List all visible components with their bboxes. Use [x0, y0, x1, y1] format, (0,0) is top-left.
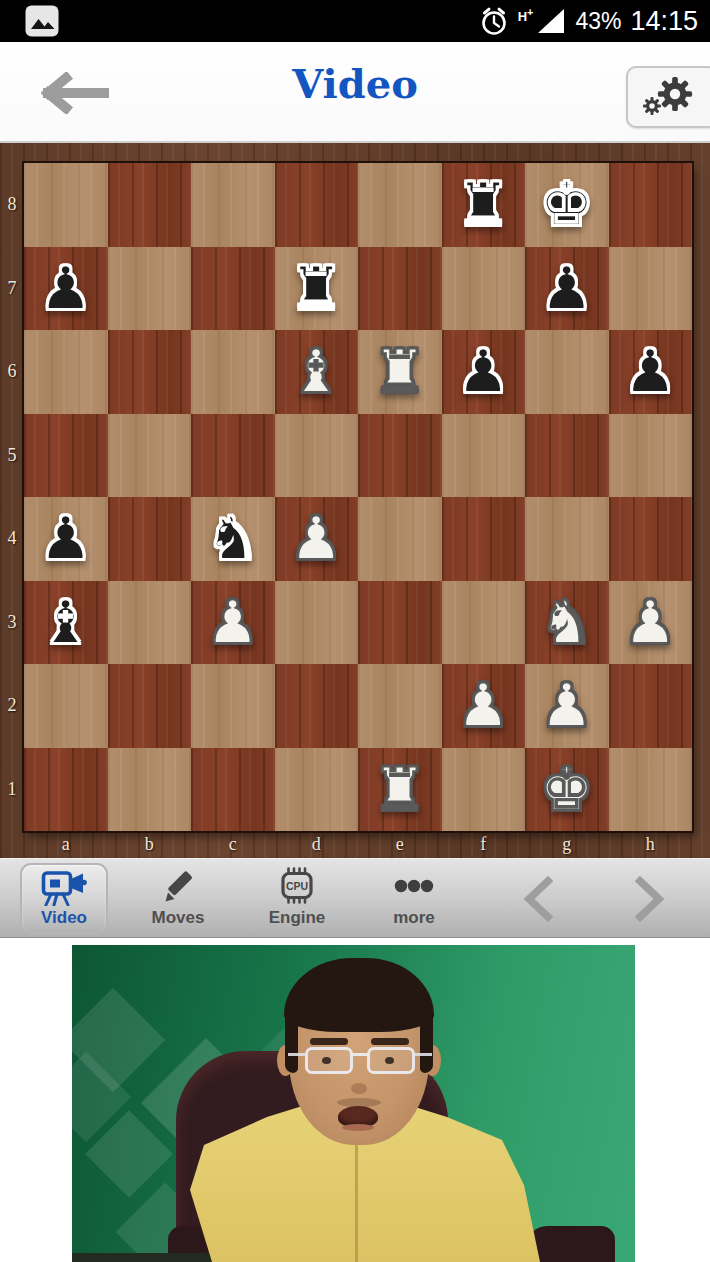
- black-pawn: ♟: [24, 247, 108, 331]
- square-d4[interactable]: ♟: [275, 497, 359, 581]
- square-h4[interactable]: [609, 497, 693, 581]
- square-c4[interactable]: ♞: [191, 497, 275, 581]
- glasses-lens: [367, 1047, 415, 1074]
- file-labels: abcdefgh: [24, 831, 692, 858]
- square-h1[interactable]: [609, 748, 693, 832]
- square-h7[interactable]: [609, 247, 693, 331]
- square-d3[interactable]: [275, 581, 359, 665]
- square-e6[interactable]: ♜: [358, 330, 442, 414]
- white-rook: ♜: [358, 330, 442, 414]
- file-label-a: a: [24, 831, 108, 858]
- square-h5[interactable]: [609, 414, 693, 498]
- tab-moves-label: Moves: [152, 908, 205, 928]
- square-d8[interactable]: [275, 163, 359, 247]
- white-pawn: ♟: [442, 664, 526, 748]
- black-pawn: ♟: [24, 497, 108, 581]
- square-a3[interactable]: ♝: [24, 581, 108, 665]
- file-label-b: b: [108, 831, 192, 858]
- content-area: [0, 938, 710, 1262]
- square-g4[interactable]: [525, 497, 609, 581]
- rank-label-1: 1: [0, 748, 24, 832]
- presenter-eyebrow: [371, 1038, 409, 1045]
- square-b5[interactable]: [108, 414, 192, 498]
- square-h8[interactable]: [609, 163, 693, 247]
- white-pawn: ♟: [275, 497, 359, 581]
- square-e1[interactable]: ♜: [358, 748, 442, 832]
- square-e8[interactable]: [358, 163, 442, 247]
- rank-label-7: 7: [0, 247, 24, 331]
- square-c7[interactable]: [191, 247, 275, 331]
- pencil-icon: [160, 865, 196, 907]
- chair-armrest: [527, 1226, 615, 1262]
- tab-engine-label: Engine: [269, 908, 326, 928]
- white-king: ♚: [525, 748, 609, 832]
- presenter-hair: [285, 1007, 298, 1073]
- square-g7[interactable]: ♟: [525, 247, 609, 331]
- square-h2[interactable]: [609, 664, 693, 748]
- tab-video-label: Video: [41, 908, 87, 928]
- black-pawn: ♟: [609, 330, 693, 414]
- rank-label-8: 8: [0, 163, 24, 247]
- square-g2[interactable]: ♟: [525, 664, 609, 748]
- square-g1[interactable]: ♚: [525, 748, 609, 832]
- square-a8[interactable]: [24, 163, 108, 247]
- presenter-hair: [420, 1007, 433, 1073]
- square-b2[interactable]: [108, 664, 192, 748]
- photo-icon: [24, 4, 60, 38]
- video-camera-icon: [41, 865, 87, 907]
- square-b8[interactable]: [108, 163, 192, 247]
- prev-move-button[interactable]: [503, 869, 573, 929]
- tab-engine[interactable]: CPU Engine: [247, 865, 347, 933]
- black-knight: ♞: [191, 497, 275, 581]
- square-d7[interactable]: ♜: [275, 247, 359, 331]
- file-label-g: g: [525, 831, 609, 858]
- file-label-f: f: [442, 831, 526, 858]
- square-h6[interactable]: ♟: [609, 330, 693, 414]
- cpu-icon: CPU: [275, 865, 319, 907]
- rank-label-5: 5: [0, 414, 24, 498]
- square-h3[interactable]: ♟: [609, 581, 693, 665]
- next-move-button[interactable]: [615, 869, 685, 929]
- square-d6[interactable]: ♝: [275, 330, 359, 414]
- square-e5[interactable]: [358, 414, 442, 498]
- square-g8[interactable]: ♚: [525, 163, 609, 247]
- square-f3[interactable]: [442, 581, 526, 665]
- square-a2[interactable]: [24, 664, 108, 748]
- rank-label-3: 3: [0, 581, 24, 665]
- square-c2[interactable]: [191, 664, 275, 748]
- square-d5[interactable]: [275, 414, 359, 498]
- presenter-eyebrow: [310, 1038, 348, 1045]
- file-label-c: c: [191, 831, 275, 858]
- square-e4[interactable]: [358, 497, 442, 581]
- square-e2[interactable]: [358, 664, 442, 748]
- black-rook: ♜: [275, 247, 359, 331]
- board-squares: ♜♚♟♜♟♝♜♟♟♟♞♟♝♟♞♟♟♟♜♚: [24, 163, 692, 831]
- square-f8[interactable]: ♜: [442, 163, 526, 247]
- square-g6[interactable]: [525, 330, 609, 414]
- small-gear-icon: [642, 96, 662, 116]
- rank-label-6: 6: [0, 330, 24, 414]
- rank-label-4: 4: [0, 497, 24, 581]
- square-b6[interactable]: [108, 330, 192, 414]
- white-pawn: ♟: [609, 581, 693, 665]
- black-pawn: ♟: [525, 247, 609, 331]
- signal-triangle-icon: [536, 7, 566, 35]
- tab-video[interactable]: Video: [20, 863, 108, 935]
- square-g5[interactable]: [525, 414, 609, 498]
- square-c8[interactable]: [191, 163, 275, 247]
- chevron-right-icon: [634, 876, 666, 922]
- white-pawn: ♟: [191, 581, 275, 665]
- app-header: Video: [0, 42, 710, 143]
- chevron-left-icon: [522, 876, 554, 922]
- square-c3[interactable]: ♟: [191, 581, 275, 665]
- square-c5[interactable]: [191, 414, 275, 498]
- square-d1[interactable]: [275, 748, 359, 832]
- glasses-lens: [305, 1047, 353, 1074]
- square-f2[interactable]: ♟: [442, 664, 526, 748]
- white-rook: ♜: [358, 748, 442, 832]
- clock-time: 14:15: [630, 6, 698, 37]
- square-g3[interactable]: ♞: [525, 581, 609, 665]
- video-player[interactable]: [72, 945, 635, 1262]
- white-pawn: ♟: [525, 664, 609, 748]
- alarm-clock-icon: [479, 5, 509, 37]
- square-e7[interactable]: [358, 247, 442, 331]
- black-rook: ♜: [442, 163, 526, 247]
- square-e3[interactable]: [358, 581, 442, 665]
- square-d2[interactable]: [275, 664, 359, 748]
- square-c6[interactable]: [191, 330, 275, 414]
- tab-moves[interactable]: Moves: [128, 865, 228, 933]
- black-king: ♚: [525, 163, 609, 247]
- glasses-bridge: [352, 1053, 368, 1056]
- battery-percent: 43%: [575, 8, 621, 35]
- file-label-h: h: [609, 831, 693, 858]
- square-b1[interactable]: [108, 748, 192, 832]
- square-f4[interactable]: [442, 497, 526, 581]
- square-f7[interactable]: [442, 247, 526, 331]
- presenter-lip: [342, 1124, 374, 1131]
- tab-more[interactable]: more: [362, 865, 466, 933]
- square-f6[interactable]: ♟: [442, 330, 526, 414]
- rank-label-2: 2: [0, 664, 24, 748]
- bottom-toolbar: Video Moves CPU Engine m: [0, 858, 710, 938]
- square-f5[interactable]: [442, 414, 526, 498]
- square-b4[interactable]: [108, 497, 192, 581]
- svg-text:CPU: CPU: [286, 880, 308, 892]
- white-bishop: ♝: [275, 330, 359, 414]
- square-a7[interactable]: ♟: [24, 247, 108, 331]
- ellipsis-icon: [393, 865, 435, 907]
- square-a1[interactable]: [24, 748, 108, 832]
- status-bar: H+ 43% 14:15: [0, 0, 710, 42]
- file-label-d: d: [275, 831, 359, 858]
- square-f1[interactable]: [442, 748, 526, 832]
- glasses-temple: [288, 1053, 306, 1056]
- white-knight: ♞: [525, 581, 609, 665]
- file-label-e: e: [358, 831, 442, 858]
- black-bishop: ♝: [24, 581, 108, 665]
- presenter-hair: [284, 958, 434, 1032]
- rank-labels: 87654321: [0, 163, 24, 831]
- square-b7[interactable]: [108, 247, 192, 331]
- black-pawn: ♟: [442, 330, 526, 414]
- glasses-temple: [414, 1053, 432, 1056]
- network-plus: +: [527, 6, 533, 18]
- settings-button[interactable]: [626, 66, 710, 128]
- chess-board: 87654321 ♜♚♟♜♟♝♜♟♟♟♞♟♝♟♞♟♟♟♜♚ abcdefgh: [0, 143, 710, 858]
- tab-more-label: more: [393, 908, 435, 928]
- square-b3[interactable]: [108, 581, 192, 665]
- square-a4[interactable]: ♟: [24, 497, 108, 581]
- square-a5[interactable]: [24, 414, 108, 498]
- page-title: Video: [0, 60, 710, 107]
- network-type-label: H+: [518, 7, 534, 23]
- square-a6[interactable]: [24, 330, 108, 414]
- square-c1[interactable]: [191, 748, 275, 832]
- presenter-nose: [351, 1083, 367, 1094]
